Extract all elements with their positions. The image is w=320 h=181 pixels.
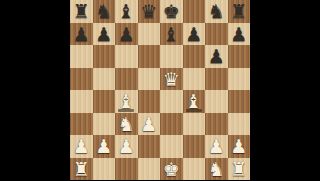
square-d6[interactable] [138,45,161,68]
piece-white-knight: ♞ [208,158,225,181]
square-f5[interactable] [183,68,206,91]
square-b1[interactable] [93,158,116,181]
square-f3[interactable] [183,113,206,136]
square-d1[interactable] [138,158,161,181]
square-e6[interactable] [160,45,183,68]
piece-white-pawn: ♟ [208,135,225,158]
square-f2[interactable] [183,135,206,158]
piece-white-queen: ♛ [163,68,180,91]
square-c8[interactable]: ♝ [115,0,138,23]
square-a1[interactable]: ♜ [70,158,93,181]
piece-black-bishop: ♝ [118,0,135,23]
square-d7[interactable] [138,23,161,46]
square-f7[interactable]: ♟ [183,23,206,46]
square-b2[interactable]: ♟ [93,135,116,158]
square-f1[interactable] [183,158,206,181]
square-a5[interactable] [70,68,93,91]
piece-black-rook: ♜ [230,0,247,23]
watermark-smudge [118,109,134,112]
square-a6[interactable] [70,45,93,68]
square-h1[interactable]: ♜ [228,158,251,181]
square-g3[interactable] [205,113,228,136]
square-e8[interactable]: ♚ [160,0,183,23]
square-g6[interactable]: ♟ [205,45,228,68]
square-d4[interactable] [138,90,161,113]
square-a7[interactable]: ♟ [70,23,93,46]
square-c2[interactable]: ♟ [115,135,138,158]
square-f6[interactable] [183,45,206,68]
piece-white-pawn: ♟ [140,113,157,136]
square-h5[interactable] [228,68,251,91]
piece-black-knight: ♞ [208,0,225,23]
square-b6[interactable] [93,45,116,68]
letterbox-right [250,0,320,180]
square-b3[interactable] [93,113,116,136]
square-d5[interactable] [138,68,161,91]
piece-white-rook: ♜ [230,158,247,181]
watermark-smudge [186,109,202,112]
square-e1[interactable]: ♚ [160,158,183,181]
chess-board: ♜♞♝♛♚♞♜♟♟♟♝♟♟♟♛♝♝♞♟♟♟♟♟♟♜♚♞♜ [70,0,250,180]
square-g5[interactable] [205,68,228,91]
piece-white-knight: ♞ [118,113,135,136]
piece-black-pawn: ♟ [185,23,202,46]
piece-black-pawn: ♟ [230,23,247,46]
square-b5[interactable] [93,68,116,91]
square-b8[interactable]: ♞ [93,0,116,23]
square-e3[interactable] [160,113,183,136]
square-h3[interactable] [228,113,251,136]
piece-black-bishop: ♝ [163,23,180,46]
square-g4[interactable] [205,90,228,113]
piece-black-knight: ♞ [95,0,112,23]
square-g7[interactable] [205,23,228,46]
piece-black-pawn: ♟ [118,23,135,46]
square-c3[interactable]: ♞ [115,113,138,136]
square-d8[interactable]: ♛ [138,0,161,23]
square-c5[interactable] [115,68,138,91]
piece-black-rook: ♜ [73,0,90,23]
square-e4[interactable] [160,90,183,113]
square-a2[interactable]: ♟ [70,135,93,158]
square-a4[interactable] [70,90,93,113]
piece-white-king: ♚ [163,158,180,181]
piece-black-queen: ♛ [140,0,157,23]
square-g2[interactable]: ♟ [205,135,228,158]
square-c4[interactable]: ♝ [115,90,138,113]
square-d2[interactable] [138,135,161,158]
square-g8[interactable]: ♞ [205,0,228,23]
piece-white-pawn: ♟ [118,135,135,158]
square-h8[interactable]: ♜ [228,0,251,23]
piece-white-pawn: ♟ [73,135,90,158]
piece-black-pawn: ♟ [208,45,225,68]
square-a3[interactable] [70,113,93,136]
square-g1[interactable]: ♞ [205,158,228,181]
piece-black-king: ♚ [163,0,180,23]
square-f4[interactable]: ♝ [183,90,206,113]
piece-black-pawn: ♟ [95,23,112,46]
piece-black-pawn: ♟ [73,23,90,46]
square-b7[interactable]: ♟ [93,23,116,46]
square-e2[interactable] [160,135,183,158]
square-h7[interactable]: ♟ [228,23,251,46]
piece-white-pawn: ♟ [95,135,112,158]
square-e5[interactable]: ♛ [160,68,183,91]
square-c7[interactable]: ♟ [115,23,138,46]
square-a8[interactable]: ♜ [70,0,93,23]
square-b4[interactable] [93,90,116,113]
square-d3[interactable]: ♟ [138,113,161,136]
square-f8[interactable] [183,0,206,23]
square-h4[interactable] [228,90,251,113]
letterbox-left [0,0,70,180]
square-c1[interactable] [115,158,138,181]
piece-white-pawn: ♟ [230,135,247,158]
piece-white-rook: ♜ [73,158,90,181]
square-h6[interactable] [228,45,251,68]
square-e7[interactable]: ♝ [160,23,183,46]
square-h2[interactable]: ♟ [228,135,251,158]
square-c6[interactable] [115,45,138,68]
